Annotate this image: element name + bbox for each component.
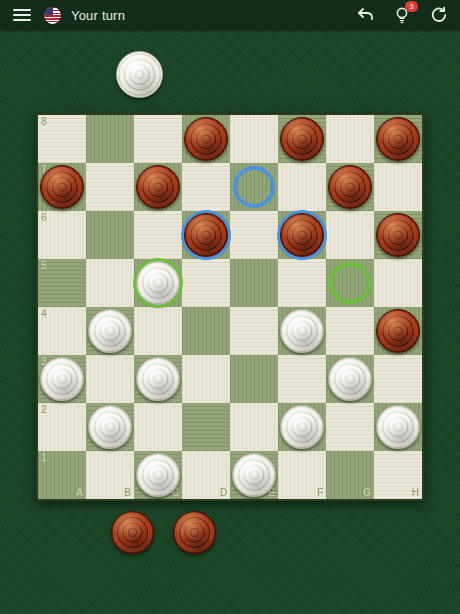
square-d2[interactable] — [182, 403, 230, 451]
file-label: F — [317, 487, 323, 498]
square-f3[interactable] — [278, 355, 326, 403]
square-h8[interactable] — [374, 115, 422, 163]
move-target-circle[interactable] — [233, 166, 275, 208]
square-f7[interactable] — [278, 163, 326, 211]
square-c3[interactable] — [134, 355, 182, 403]
square-e2[interactable] — [230, 403, 278, 451]
square-b1[interactable]: B — [86, 451, 134, 499]
red-piece-f6[interactable] — [280, 213, 324, 257]
square-g6[interactable] — [326, 211, 374, 259]
square-d8[interactable] — [182, 115, 230, 163]
square-f6[interactable] — [278, 211, 326, 259]
undo-icon — [355, 5, 375, 25]
square-f1[interactable]: F — [278, 451, 326, 499]
checkers-board: 87654321ABCDEFGH — [36, 113, 424, 501]
square-a3[interactable]: 3 — [38, 355, 86, 403]
white-piece-e1[interactable] — [232, 453, 276, 497]
file-label: H — [412, 487, 419, 498]
square-b4[interactable] — [86, 307, 134, 355]
rank-label: 5 — [41, 260, 47, 271]
square-f8[interactable] — [278, 115, 326, 163]
hint-button[interactable]: 3 — [391, 4, 413, 26]
square-d6[interactable] — [182, 211, 230, 259]
white-piece-g3[interactable] — [328, 357, 372, 401]
move-target-circle[interactable] — [329, 262, 371, 304]
square-a6[interactable]: 6 — [38, 211, 86, 259]
square-f2[interactable] — [278, 403, 326, 451]
rank-label: 6 — [41, 212, 47, 223]
red-piece-h6[interactable] — [376, 213, 420, 257]
hint-count-badge: 3 — [405, 1, 418, 12]
square-e3[interactable] — [230, 355, 278, 403]
red-piece-f8[interactable] — [280, 117, 324, 161]
square-e6[interactable] — [230, 211, 278, 259]
square-d4[interactable] — [182, 307, 230, 355]
rank-label: 1 — [41, 452, 47, 463]
square-b5[interactable] — [86, 259, 134, 307]
square-e7[interactable] — [230, 163, 278, 211]
white-piece-c3[interactable] — [136, 357, 180, 401]
white-piece-f2[interactable] — [280, 405, 324, 449]
square-a4[interactable]: 4 — [38, 307, 86, 355]
undo-button[interactable] — [354, 4, 376, 26]
square-g1[interactable]: G — [326, 451, 374, 499]
square-b8[interactable] — [86, 115, 134, 163]
white-piece-c1[interactable] — [136, 453, 180, 497]
square-d5[interactable] — [182, 259, 230, 307]
square-g2[interactable] — [326, 403, 374, 451]
restart-button[interactable] — [428, 4, 450, 26]
red-piece-c7[interactable] — [136, 165, 180, 209]
red-piece-d6[interactable] — [184, 213, 228, 257]
square-g4[interactable] — [326, 307, 374, 355]
square-c7[interactable] — [134, 163, 182, 211]
square-c1[interactable]: C — [134, 451, 182, 499]
turn-status-text: Your turn — [71, 8, 125, 23]
square-h1[interactable]: H — [374, 451, 422, 499]
red-piece-h8[interactable] — [376, 117, 420, 161]
white-piece-c5[interactable] — [136, 261, 180, 305]
top-bar: Your turn 3 — [0, 0, 460, 30]
rank-label: 4 — [41, 308, 47, 319]
square-b7[interactable] — [86, 163, 134, 211]
square-g7[interactable] — [326, 163, 374, 211]
file-label: A — [76, 487, 83, 498]
square-h4[interactable] — [374, 307, 422, 355]
menu-icon[interactable] — [13, 9, 31, 21]
square-a2[interactable]: 2 — [38, 403, 86, 451]
us-flag-icon[interactable] — [44, 7, 61, 24]
square-c2[interactable] — [134, 403, 182, 451]
square-e5[interactable] — [230, 259, 278, 307]
white-piece-b4[interactable] — [88, 309, 132, 353]
square-h2[interactable] — [374, 403, 422, 451]
square-c6[interactable] — [134, 211, 182, 259]
square-a8[interactable]: 8 — [38, 115, 86, 163]
rank-label: 2 — [41, 404, 47, 415]
white-piece-a3[interactable] — [40, 357, 84, 401]
captured-red-piece — [111, 511, 154, 554]
square-d1[interactable]: D — [182, 451, 230, 499]
captured-white-piece — [116, 51, 163, 98]
square-c8[interactable] — [134, 115, 182, 163]
square-h5[interactable] — [374, 259, 422, 307]
white-piece-f4[interactable] — [280, 309, 324, 353]
white-piece-b2[interactable] — [88, 405, 132, 449]
red-piece-h4[interactable] — [376, 309, 420, 353]
square-h6[interactable] — [374, 211, 422, 259]
red-piece-d8[interactable] — [184, 117, 228, 161]
square-d7[interactable] — [182, 163, 230, 211]
square-b6[interactable] — [86, 211, 134, 259]
square-h3[interactable] — [374, 355, 422, 403]
square-f5[interactable] — [278, 259, 326, 307]
square-e1[interactable]: E — [230, 451, 278, 499]
square-c5[interactable] — [134, 259, 182, 307]
square-h7[interactable] — [374, 163, 422, 211]
square-g8[interactable] — [326, 115, 374, 163]
captured-red-piece — [173, 511, 216, 554]
square-e8[interactable] — [230, 115, 278, 163]
file-label: D — [220, 487, 227, 498]
square-f4[interactable] — [278, 307, 326, 355]
square-g3[interactable] — [326, 355, 374, 403]
square-b3[interactable] — [86, 355, 134, 403]
square-a5[interactable]: 5 — [38, 259, 86, 307]
square-a7[interactable]: 7 — [38, 163, 86, 211]
square-e4[interactable] — [230, 307, 278, 355]
square-a1[interactable]: 1A — [38, 451, 86, 499]
restart-icon — [429, 5, 449, 25]
file-label: G — [363, 487, 371, 498]
red-piece-a7[interactable] — [40, 165, 84, 209]
rank-label: 8 — [41, 116, 47, 127]
white-piece-h2[interactable] — [376, 405, 420, 449]
square-g5[interactable] — [326, 259, 374, 307]
red-piece-g7[interactable] — [328, 165, 372, 209]
square-c4[interactable] — [134, 307, 182, 355]
square-d3[interactable] — [182, 355, 230, 403]
square-b2[interactable] — [86, 403, 134, 451]
file-label: B — [124, 487, 131, 498]
